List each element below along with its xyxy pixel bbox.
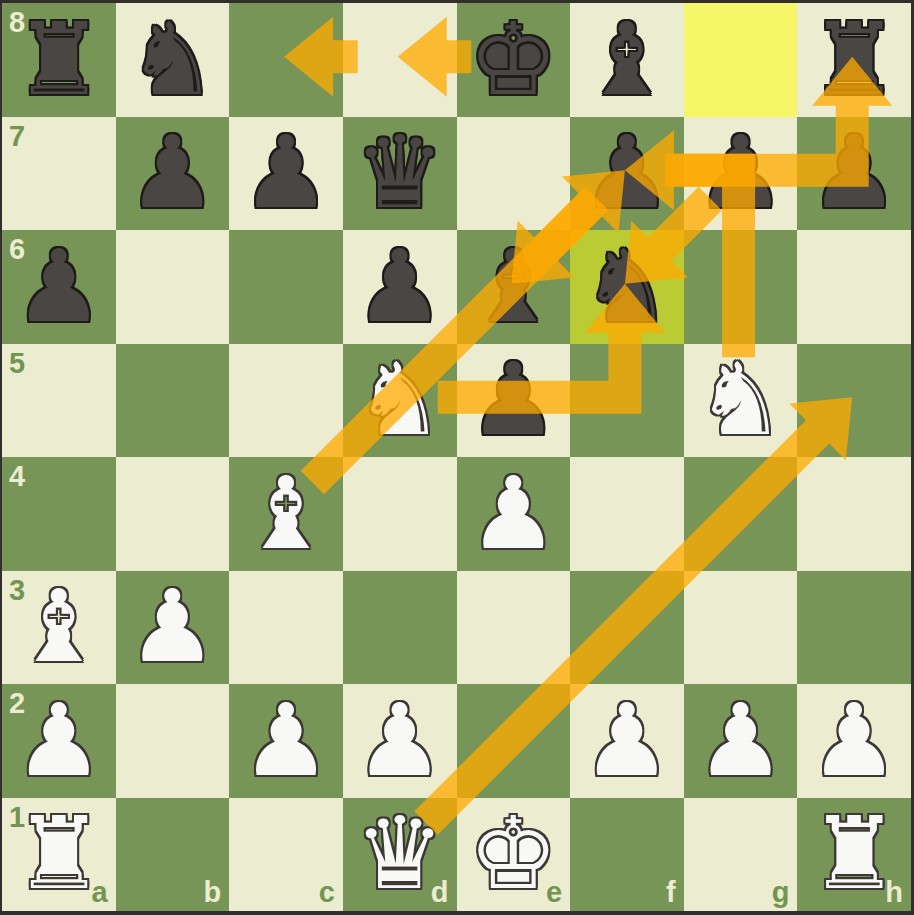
square-g6[interactable] [684,230,798,344]
rank-label-5: 5 [9,349,25,378]
piece-black-queen-d7[interactable]: ♛ [343,117,457,231]
file-label-b: b [204,878,222,907]
square-e1[interactable]: e♚ [457,798,571,912]
piece-white-pawn-g2[interactable]: ♟ [684,684,798,798]
piece-black-knight-b8[interactable]: ♞ [116,3,230,117]
square-f6[interactable]: ♞ [570,230,684,344]
square-c8[interactable] [229,3,343,117]
square-a5[interactable]: 5 [2,344,116,458]
square-c5[interactable] [229,344,343,458]
square-d3[interactable] [343,571,457,685]
piece-black-knight-f6[interactable]: ♞ [570,230,684,344]
square-a3[interactable]: 3♝ [2,571,116,685]
piece-white-king-e1[interactable]: ♚ [457,798,571,912]
square-c1[interactable]: c [229,798,343,912]
square-g5[interactable]: ♞ [684,344,798,458]
file-label-g: g [772,878,790,907]
square-c7[interactable]: ♟ [229,117,343,231]
square-e5[interactable]: ♟ [457,344,571,458]
piece-black-bishop-e6[interactable]: ♝ [457,230,571,344]
square-b2[interactable] [116,684,230,798]
piece-white-rook-h1[interactable]: ♜ [797,798,911,912]
piece-black-bishop-f8[interactable]: ♝ [570,3,684,117]
square-b6[interactable] [116,230,230,344]
square-h5[interactable] [797,344,911,458]
square-h7[interactable]: ♟ [797,117,911,231]
square-b5[interactable] [116,344,230,458]
piece-black-pawn-g7[interactable]: ♟ [684,117,798,231]
piece-black-pawn-b7[interactable]: ♟ [116,117,230,231]
rank-label-4: 4 [9,462,25,491]
piece-white-pawn-b3[interactable]: ♟ [116,571,230,685]
square-g8[interactable] [684,3,798,117]
chess-app-page: { "game": "chess", "board_theme": { "lig… [0,0,914,915]
square-d4[interactable] [343,457,457,571]
file-label-f: f [666,878,676,907]
square-f2[interactable]: ♟ [570,684,684,798]
piece-white-knight-d5[interactable]: ♞ [343,344,457,458]
square-d5[interactable]: ♞ [343,344,457,458]
square-c3[interactable] [229,571,343,685]
square-e6[interactable]: ♝ [457,230,571,344]
square-h2[interactable]: ♟ [797,684,911,798]
square-e8[interactable]: ♚ [457,3,571,117]
square-e3[interactable] [457,571,571,685]
square-c2[interactable]: ♟ [229,684,343,798]
square-g2[interactable]: ♟ [684,684,798,798]
piece-white-knight-g5[interactable]: ♞ [684,344,798,458]
square-b8[interactable]: ♞ [116,3,230,117]
piece-black-pawn-d6[interactable]: ♟ [343,230,457,344]
square-g3[interactable] [684,571,798,685]
square-d1[interactable]: d♛ [343,798,457,912]
piece-black-rook-h8[interactable]: ♜ [797,3,911,117]
piece-white-bishop-c4[interactable]: ♝ [229,457,343,571]
square-e2[interactable] [457,684,571,798]
square-h8[interactable]: ♜ [797,3,911,117]
piece-white-bishop-a3[interactable]: ♝ [2,571,116,685]
square-f5[interactable] [570,344,684,458]
piece-white-pawn-h2[interactable]: ♟ [797,684,911,798]
square-c6[interactable] [229,230,343,344]
square-a4[interactable]: 4 [2,457,116,571]
chess-board: 8♜♞♚♝♜7♟♟♛♟♟♟6♟♟♝♞5♞♟♞4♝♟3♝♟2♟♟♟♟♟♟1a♜bc… [2,3,911,911]
piece-white-pawn-f2[interactable]: ♟ [570,684,684,798]
square-e7[interactable] [457,117,571,231]
square-d6[interactable]: ♟ [343,230,457,344]
square-d7[interactable]: ♛ [343,117,457,231]
square-d2[interactable]: ♟ [343,684,457,798]
piece-white-queen-d1[interactable]: ♛ [343,798,457,912]
square-a2[interactable]: 2♟ [2,684,116,798]
square-g1[interactable]: g [684,798,798,912]
square-h4[interactable] [797,457,911,571]
square-b3[interactable]: ♟ [116,571,230,685]
square-e4[interactable]: ♟ [457,457,571,571]
square-a7[interactable]: 7 [2,117,116,231]
square-h1[interactable]: h♜ [797,798,911,912]
square-a1[interactable]: 1a♜ [2,798,116,912]
file-label-c: c [319,878,335,907]
piece-black-rook-a8[interactable]: ♜ [2,3,116,117]
square-f1[interactable]: f [570,798,684,912]
square-g4[interactable] [684,457,798,571]
piece-white-pawn-a2[interactable]: ♟ [2,684,116,798]
square-d8[interactable] [343,3,457,117]
piece-black-pawn-h7[interactable]: ♟ [797,117,911,231]
square-b1[interactable]: b [116,798,230,912]
rank-label-7: 7 [9,122,25,151]
piece-white-pawn-e4[interactable]: ♟ [457,457,571,571]
square-f3[interactable] [570,571,684,685]
square-b4[interactable] [116,457,230,571]
piece-black-pawn-f7[interactable]: ♟ [570,117,684,231]
square-g7[interactable]: ♟ [684,117,798,231]
square-c4[interactable]: ♝ [229,457,343,571]
piece-black-pawn-e5[interactable]: ♟ [457,344,571,458]
square-f7[interactable]: ♟ [570,117,684,231]
piece-black-king-e8[interactable]: ♚ [457,3,571,117]
square-h6[interactable] [797,230,911,344]
square-f4[interactable] [570,457,684,571]
piece-black-pawn-a6[interactable]: ♟ [2,230,116,344]
piece-white-pawn-d2[interactable]: ♟ [343,684,457,798]
piece-black-pawn-c7[interactable]: ♟ [229,117,343,231]
square-a6[interactable]: 6♟ [2,230,116,344]
square-a8[interactable]: 8♜ [2,3,116,117]
square-b7[interactable]: ♟ [116,117,230,231]
piece-white-pawn-c2[interactable]: ♟ [229,684,343,798]
piece-white-rook-a1[interactable]: ♜ [2,798,116,912]
square-h3[interactable] [797,571,911,685]
square-f8[interactable]: ♝ [570,3,684,117]
